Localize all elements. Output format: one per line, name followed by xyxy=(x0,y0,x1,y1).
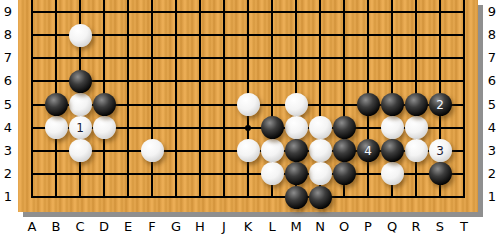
black-stone-q5[interactable] xyxy=(381,93,404,116)
grid-line-vertical xyxy=(127,0,129,198)
grid-line-vertical xyxy=(223,0,225,198)
row-label-right-8: 8 xyxy=(484,27,500,43)
white-stone-l3[interactable] xyxy=(261,139,284,162)
row-label-right-1: 1 xyxy=(484,189,500,205)
grid-line-vertical xyxy=(463,0,465,198)
row-label-left-6: 6 xyxy=(0,73,16,89)
white-stone-k3[interactable] xyxy=(237,139,260,162)
row-label-left-1: 1 xyxy=(0,189,16,205)
column-label-p: P xyxy=(360,219,376,235)
black-stone-m1[interactable] xyxy=(285,186,308,209)
move-number-label: 3 xyxy=(436,145,444,157)
column-label-n: N xyxy=(312,219,328,235)
column-label-a: A xyxy=(24,219,40,235)
row-label-left-2: 2 xyxy=(0,166,16,182)
row-label-left-4: 4 xyxy=(0,120,16,136)
black-stone-d5[interactable] xyxy=(93,93,116,116)
move-number-label: 1 xyxy=(76,122,84,134)
white-stone-n3[interactable] xyxy=(309,139,332,162)
row-label-left-7: 7 xyxy=(0,50,16,66)
move-number-label: 4 xyxy=(364,145,372,157)
column-label-b: B xyxy=(48,219,64,235)
row-label-right-3: 3 xyxy=(484,143,500,159)
white-stone-l2[interactable] xyxy=(261,162,284,185)
grid-line-vertical xyxy=(151,0,153,198)
black-stone-r5[interactable] xyxy=(405,93,428,116)
white-stone-c5[interactable] xyxy=(69,93,92,116)
grid-line-horizontal xyxy=(31,57,465,59)
column-label-t: T xyxy=(456,219,472,235)
black-stone-o3[interactable] xyxy=(333,139,356,162)
white-stone-c3[interactable] xyxy=(69,139,92,162)
column-label-l: L xyxy=(264,219,280,235)
grid-line-horizontal xyxy=(31,11,465,13)
go-board-stage: 1324 ABCDEFGHJKLMNOPQRST9988776655443322… xyxy=(0,0,500,236)
row-label-left-9: 9 xyxy=(0,4,16,20)
column-label-j: J xyxy=(216,219,232,235)
column-label-k: K xyxy=(240,219,256,235)
column-label-h: H xyxy=(192,219,208,235)
row-label-left-8: 8 xyxy=(0,27,16,43)
black-stone-l4[interactable] xyxy=(261,116,284,139)
column-label-d: D xyxy=(96,219,112,235)
move-number-label: 2 xyxy=(436,99,444,111)
white-stone-f3[interactable] xyxy=(141,139,164,162)
white-stone-m4[interactable] xyxy=(285,116,308,139)
row-label-right-7: 7 xyxy=(484,50,500,66)
black-stone-p5[interactable] xyxy=(357,93,380,116)
black-stone-m3[interactable] xyxy=(285,139,308,162)
grid-line-vertical xyxy=(199,0,201,198)
row-label-right-5: 5 xyxy=(484,97,500,113)
white-stone-n4[interactable] xyxy=(309,116,332,139)
column-label-s: S xyxy=(432,219,448,235)
star-point xyxy=(245,125,251,131)
row-label-left-5: 5 xyxy=(0,97,16,113)
row-label-right-9: 9 xyxy=(484,4,500,20)
grid-line-horizontal xyxy=(31,34,465,36)
column-label-o: O xyxy=(336,219,352,235)
white-stone-c4[interactable]: 1 xyxy=(69,116,92,139)
column-label-g: G xyxy=(168,219,184,235)
row-label-left-3: 3 xyxy=(0,143,16,159)
black-stone-m2[interactable] xyxy=(285,162,308,185)
white-stone-m5[interactable] xyxy=(285,93,308,116)
white-stone-k5[interactable] xyxy=(237,93,260,116)
black-stone-s2[interactable] xyxy=(429,162,452,185)
white-stone-s3[interactable]: 3 xyxy=(429,139,452,162)
grid-line-vertical xyxy=(31,0,33,198)
black-stone-c6[interactable] xyxy=(69,70,92,93)
grid-line-vertical xyxy=(175,0,177,198)
column-label-f: F xyxy=(144,219,160,235)
black-stone-b5[interactable] xyxy=(45,93,68,116)
white-stone-n2[interactable] xyxy=(309,162,332,185)
white-stone-r3[interactable] xyxy=(405,139,428,162)
grid-line-horizontal xyxy=(31,80,465,82)
white-stone-d4[interactable] xyxy=(93,116,116,139)
row-label-right-2: 2 xyxy=(484,166,500,182)
black-stone-s5[interactable]: 2 xyxy=(429,93,452,116)
white-stone-b4[interactable] xyxy=(45,116,68,139)
white-stone-r4[interactable] xyxy=(405,116,428,139)
black-stone-o2[interactable] xyxy=(333,162,356,185)
row-label-right-6: 6 xyxy=(484,73,500,89)
column-label-q: Q xyxy=(384,219,400,235)
black-stone-p3[interactable]: 4 xyxy=(357,139,380,162)
white-stone-q2[interactable] xyxy=(381,162,404,185)
column-label-c: C xyxy=(72,219,88,235)
column-label-r: R xyxy=(408,219,424,235)
white-stone-c8[interactable] xyxy=(69,24,92,47)
white-stone-q4[interactable] xyxy=(381,116,404,139)
black-stone-o4[interactable] xyxy=(333,116,356,139)
column-label-e: E xyxy=(120,219,136,235)
black-stone-n1[interactable] xyxy=(309,186,332,209)
black-stone-q3[interactable] xyxy=(381,139,404,162)
column-label-m: M xyxy=(288,219,304,235)
grid-line-horizontal xyxy=(31,196,465,198)
row-label-right-4: 4 xyxy=(484,120,500,136)
